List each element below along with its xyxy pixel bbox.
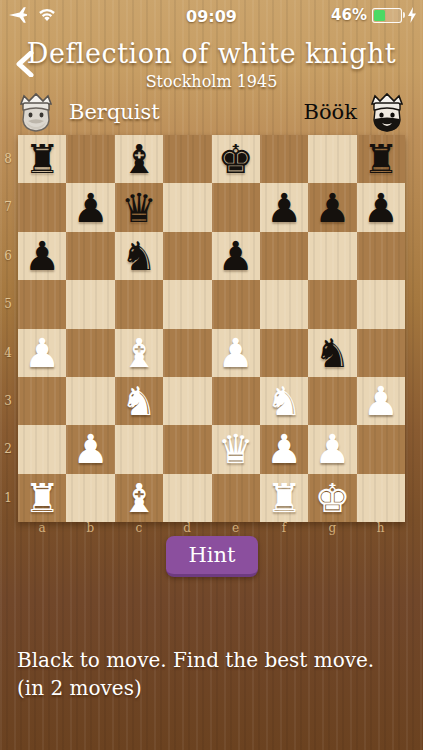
piece-black-knight[interactable]: ♞: [121, 236, 157, 276]
file-label-f: f: [260, 521, 308, 535]
black-player-name: Böök: [304, 100, 357, 124]
move-prompt: Black to move. Find the best move. (in 2…: [17, 646, 417, 702]
piece-white-pawn[interactable]: ♟: [218, 333, 254, 373]
rank-label-5: 5: [0, 297, 16, 311]
square-a6[interactable]: ♟: [18, 232, 66, 280]
square-b8[interactable]: [66, 135, 114, 183]
charging-bolt-icon: [407, 7, 417, 23]
square-a3[interactable]: [18, 377, 66, 425]
piece-white-knight[interactable]: ♞: [121, 381, 157, 421]
square-c6[interactable]: ♞: [115, 232, 163, 280]
chess-board: ♜♝♚♜♟♛♟♟♟♟♞♟♟♝♟♞♞♞♟♟♛♟♟♜♝♜♚: [18, 135, 405, 522]
square-c5[interactable]: [115, 280, 163, 328]
rank-label-4: 4: [0, 346, 16, 360]
square-d7[interactable]: [163, 183, 211, 231]
file-label-d: d: [163, 521, 211, 535]
white-player-name: Berquist: [69, 100, 160, 124]
hint-button-label: Hint: [189, 543, 236, 567]
square-f1[interactable]: ♜: [260, 474, 308, 522]
battery-icon: [372, 8, 402, 23]
file-label-h: h: [357, 521, 405, 535]
square-h3[interactable]: ♟: [357, 377, 405, 425]
square-g7[interactable]: ♟: [308, 183, 356, 231]
square-d6[interactable]: [163, 232, 211, 280]
square-e1[interactable]: [212, 474, 260, 522]
square-e7[interactable]: [212, 183, 260, 231]
black-king-avatar-icon: [367, 92, 407, 132]
square-h6[interactable]: [357, 232, 405, 280]
piece-black-pawn[interactable]: ♟: [266, 188, 302, 228]
square-b4[interactable]: [66, 329, 114, 377]
piece-white-rook[interactable]: ♜: [266, 478, 302, 518]
square-e4[interactable]: ♟: [212, 329, 260, 377]
piece-white-pawn[interactable]: ♟: [363, 381, 399, 421]
move-prompt-line2: (in 2 moves): [17, 674, 417, 702]
status-bar: 09:09 46%: [0, 0, 423, 30]
white-player: Berquist: [16, 92, 160, 132]
rank-label-3: 3: [0, 394, 16, 408]
square-g5[interactable]: [308, 280, 356, 328]
square-b5[interactable]: [66, 280, 114, 328]
square-g6[interactable]: [308, 232, 356, 280]
square-b1[interactable]: [66, 474, 114, 522]
black-player: Böök: [304, 92, 407, 132]
square-b6[interactable]: [66, 232, 114, 280]
piece-black-pawn[interactable]: ♟: [363, 188, 399, 228]
piece-black-pawn[interactable]: ♟: [315, 188, 351, 228]
rank-label-1: 1: [0, 491, 16, 505]
square-d2[interactable]: [163, 425, 211, 473]
square-a2[interactable]: [18, 425, 66, 473]
piece-white-rook[interactable]: ♜: [24, 478, 60, 518]
square-f4[interactable]: [260, 329, 308, 377]
piece-black-rook[interactable]: ♜: [24, 139, 60, 179]
square-h4[interactable]: [357, 329, 405, 377]
square-h8[interactable]: ♜: [357, 135, 405, 183]
file-label-e: e: [212, 521, 260, 535]
square-d3[interactable]: [163, 377, 211, 425]
piece-white-bishop[interactable]: ♝: [121, 478, 157, 518]
square-d1[interactable]: [163, 474, 211, 522]
file-labels: abcdefgh: [18, 521, 405, 534]
piece-white-knight[interactable]: ♞: [266, 381, 302, 421]
piece-white-bishop[interactable]: ♝: [121, 333, 157, 373]
file-label-c: c: [115, 521, 163, 535]
square-c4[interactable]: ♝: [115, 329, 163, 377]
square-a1[interactable]: ♜: [18, 474, 66, 522]
piece-black-pawn[interactable]: ♟: [218, 236, 254, 276]
square-c7[interactable]: ♛: [115, 183, 163, 231]
square-h7[interactable]: ♟: [357, 183, 405, 231]
square-f6[interactable]: [260, 232, 308, 280]
page-title: Deflection of white knight: [0, 38, 423, 69]
rank-label-6: 6: [0, 249, 16, 263]
square-b2[interactable]: ♟: [66, 425, 114, 473]
white-king-avatar-icon: [16, 92, 56, 132]
square-e2[interactable]: ♛: [212, 425, 260, 473]
square-e3[interactable]: [212, 377, 260, 425]
square-h1[interactable]: [357, 474, 405, 522]
back-chevron-icon[interactable]: [14, 51, 36, 77]
rank-label-8: 8: [0, 152, 16, 166]
hint-button[interactable]: Hint: [166, 536, 258, 577]
rank-label-7: 7: [0, 200, 16, 214]
square-e5[interactable]: [212, 280, 260, 328]
players-row: Berquist Böök: [0, 92, 423, 134]
square-f2[interactable]: ♟: [260, 425, 308, 473]
square-c3[interactable]: ♞: [115, 377, 163, 425]
piece-white-queen[interactable]: ♛: [218, 429, 254, 469]
piece-black-king[interactable]: ♚: [218, 139, 254, 179]
rank-label-2: 2: [0, 442, 16, 456]
square-g8[interactable]: [308, 135, 356, 183]
square-c2[interactable]: [115, 425, 163, 473]
square-h2[interactable]: [357, 425, 405, 473]
file-label-g: g: [308, 521, 356, 535]
square-g2[interactable]: ♟: [308, 425, 356, 473]
piece-white-king[interactable]: ♚: [315, 478, 351, 518]
file-label-b: b: [66, 521, 114, 535]
piece-black-queen[interactable]: ♛: [121, 188, 157, 228]
square-d5[interactable]: [163, 280, 211, 328]
square-g3[interactable]: [308, 377, 356, 425]
square-f5[interactable]: [260, 280, 308, 328]
piece-black-rook[interactable]: ♜: [363, 139, 399, 179]
square-e6[interactable]: ♟: [212, 232, 260, 280]
square-b3[interactable]: [66, 377, 114, 425]
square-g4[interactable]: ♞: [308, 329, 356, 377]
square-c8[interactable]: ♝: [115, 135, 163, 183]
square-g1[interactable]: ♚: [308, 474, 356, 522]
square-d8[interactable]: [163, 135, 211, 183]
square-d4[interactable]: [163, 329, 211, 377]
page-subtitle: Stockholm 1945: [0, 72, 423, 91]
piece-white-pawn[interactable]: ♟: [266, 429, 302, 469]
square-f7[interactable]: ♟: [260, 183, 308, 231]
square-c1[interactable]: ♝: [115, 474, 163, 522]
piece-black-pawn[interactable]: ♟: [24, 236, 60, 276]
piece-white-pawn[interactable]: ♟: [24, 333, 60, 373]
header: Deflection of white knight Stockholm 194…: [0, 38, 423, 91]
piece-white-pawn[interactable]: ♟: [315, 429, 351, 469]
file-label-a: a: [18, 521, 66, 535]
square-b7[interactable]: ♟: [66, 183, 114, 231]
piece-black-pawn[interactable]: ♟: [73, 188, 109, 228]
square-f3[interactable]: ♞: [260, 377, 308, 425]
square-a5[interactable]: [18, 280, 66, 328]
piece-white-pawn[interactable]: ♟: [73, 429, 109, 469]
square-a8[interactable]: ♜: [18, 135, 66, 183]
square-a4[interactable]: ♟: [18, 329, 66, 377]
square-h5[interactable]: [357, 280, 405, 328]
square-a7[interactable]: [18, 183, 66, 231]
piece-black-bishop[interactable]: ♝: [121, 139, 157, 179]
square-e8[interactable]: ♚: [212, 135, 260, 183]
move-prompt-line1: Black to move. Find the best move.: [17, 646, 417, 674]
battery-percent: 46%: [331, 6, 367, 24]
rank-labels: 87654321: [0, 135, 18, 522]
square-f8[interactable]: [260, 135, 308, 183]
piece-black-knight[interactable]: ♞: [315, 333, 351, 373]
